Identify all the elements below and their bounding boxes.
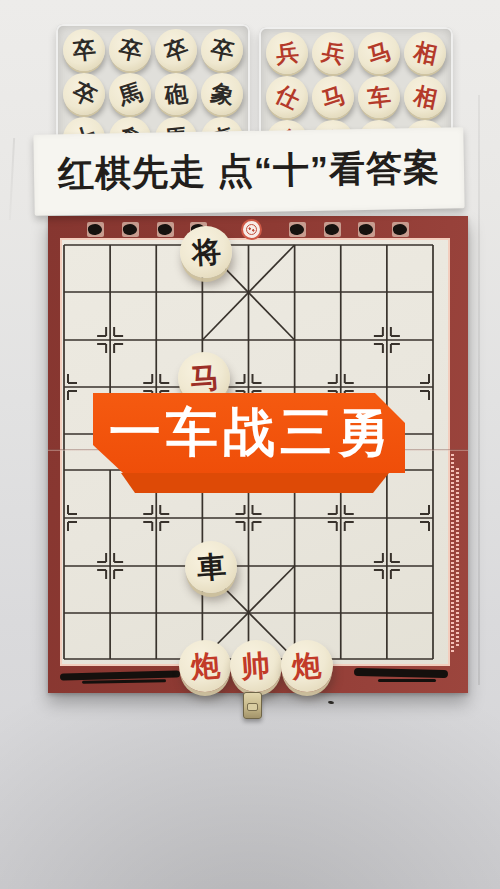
captured-piece-red: 兵 — [266, 32, 308, 74]
ink-mark — [324, 222, 341, 237]
captured-piece-red: 马 — [312, 76, 354, 118]
captured-piece-black: 卒 — [109, 29, 151, 71]
piece-red-general[interactable]: 帅 — [230, 640, 282, 692]
frame-fine-print — [456, 468, 459, 648]
captured-piece-black: 砲 — [155, 73, 197, 115]
piece-black-general[interactable]: 将 — [180, 226, 232, 278]
handwritten-note: 红棋先走 点“十”看答案 — [33, 127, 464, 215]
piece-black-chariot[interactable]: 車 — [185, 541, 237, 593]
piece-red-cannon-left[interactable]: 炮 — [179, 640, 231, 692]
captured-piece-red: 车 — [358, 76, 400, 118]
maker-seal-icon — [241, 219, 262, 240]
title-banner-ribbon-fold — [121, 473, 389, 493]
captured-piece-black: 卒 — [63, 29, 105, 71]
captured-piece-black: 卒 — [155, 29, 197, 71]
ink-mark — [87, 222, 104, 237]
ink-mark — [289, 222, 306, 237]
captured-piece-red: 相 — [404, 76, 446, 118]
captured-pieces-tray-black: 卒卒卒卒卒馬砲象士象馬車 — [56, 24, 250, 148]
ink-mark — [157, 222, 174, 237]
ink-smudge — [82, 679, 166, 683]
board-latch — [243, 692, 262, 719]
captured-piece-black: 馬 — [109, 73, 151, 115]
frame-fine-print — [451, 454, 454, 654]
ink-smudge — [354, 668, 448, 678]
captured-piece-red: 相 — [404, 32, 446, 74]
scene: 卒卒卒卒卒馬砲象士象馬車 兵兵马相仕马车相兵兵车仕 红棋先走 点“十”看答案 一… — [0, 0, 500, 889]
captured-piece-red: 兵 — [312, 32, 354, 74]
ink-mark — [392, 222, 409, 237]
piece-red-cannon-right[interactable]: 炮 — [281, 640, 333, 692]
ink-smudge — [378, 679, 436, 682]
ink-mark — [122, 222, 139, 237]
captured-piece-black: 卒 — [63, 73, 105, 115]
title-banner: 一车战三勇 — [93, 393, 405, 473]
wall-speck — [328, 701, 334, 705]
title-banner-text: 一车战三勇 — [104, 398, 394, 468]
ink-mark — [358, 222, 375, 237]
captured-piece-red: 马 — [358, 32, 400, 74]
handwritten-note-text: 红棋先走 点“十”看答案 — [58, 144, 441, 200]
captured-piece-black: 象 — [201, 73, 243, 115]
wall-crease — [478, 95, 480, 685]
wall-crease — [9, 138, 15, 220]
captured-piece-red: 仕 — [266, 76, 308, 118]
captured-piece-black: 卒 — [201, 29, 243, 71]
